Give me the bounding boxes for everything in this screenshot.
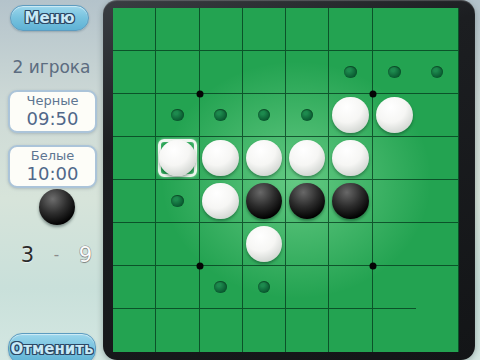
white-timer-label: Белые <box>31 149 75 164</box>
legal-move-hint <box>431 66 444 79</box>
board-inner <box>113 8 459 352</box>
board-cell[interactable] <box>156 51 199 94</box>
board-cell[interactable] <box>113 94 156 137</box>
board-cell[interactable] <box>113 266 156 309</box>
board-cell[interactable] <box>329 8 372 51</box>
white-disc <box>332 97 368 133</box>
board-cell[interactable] <box>373 309 416 352</box>
legal-move-hint <box>258 281 271 294</box>
score-separator: - <box>47 246 67 264</box>
board-cell[interactable] <box>416 51 459 94</box>
cancel-button[interactable]: Отменить <box>8 333 96 360</box>
players-mode-label: 2 игрока <box>0 57 103 77</box>
legal-move-hint <box>214 109 227 122</box>
board-cell[interactable] <box>200 51 243 94</box>
board-cell[interactable] <box>200 180 243 223</box>
board-cell[interactable] <box>243 309 286 352</box>
legal-move-hint <box>214 281 227 294</box>
legal-move-hint <box>388 66 401 79</box>
board-cell[interactable] <box>113 180 156 223</box>
board-cell[interactable] <box>329 94 372 137</box>
black-timer-panel: Черные 09:50 <box>8 90 97 133</box>
board-cell[interactable] <box>156 94 199 137</box>
board-cell[interactable] <box>200 223 243 266</box>
legal-move-hint <box>344 66 357 79</box>
board-cell[interactable] <box>200 309 243 352</box>
black-timer-value: 09:50 <box>27 109 79 129</box>
cancel-button-label: Отменить <box>11 340 94 358</box>
board-cell[interactable] <box>156 223 199 266</box>
white-disc <box>202 140 238 176</box>
board-cell[interactable] <box>243 223 286 266</box>
board-cell[interactable] <box>373 94 416 137</box>
board-cell[interactable] <box>416 223 459 266</box>
board-cell[interactable] <box>200 266 243 309</box>
board-cell[interactable] <box>200 137 243 180</box>
white-disc <box>246 226 282 262</box>
board-cell[interactable] <box>243 51 286 94</box>
white-timer-panel: Белые 10:00 <box>8 145 97 188</box>
board-cell[interactable] <box>416 137 459 180</box>
board-cell[interactable] <box>286 94 329 137</box>
board-frame <box>103 0 475 360</box>
legal-move-hint <box>171 195 184 208</box>
menu-button-label: Меню <box>24 9 74 27</box>
board-grid <box>113 8 459 352</box>
board-cell[interactable] <box>286 51 329 94</box>
board-cell[interactable] <box>373 266 416 309</box>
board-cell[interactable] <box>113 51 156 94</box>
black-disc <box>289 183 325 219</box>
board-cell[interactable] <box>156 266 199 309</box>
sidebar: Меню 2 игрока Черные 09:50 Белые 10:00 3… <box>0 0 103 360</box>
board-cell[interactable] <box>200 94 243 137</box>
white-disc <box>376 97 413 133</box>
white-disc <box>289 140 325 176</box>
board-cell[interactable] <box>373 51 416 94</box>
board-cell[interactable] <box>329 51 372 94</box>
board-cell[interactable] <box>286 223 329 266</box>
game-screen: Меню 2 игрока Черные 09:50 Белые 10:00 3… <box>0 0 480 360</box>
board-cell[interactable] <box>416 309 459 352</box>
board-cell[interactable] <box>113 137 156 180</box>
board-cell[interactable] <box>200 8 243 51</box>
black-timer-label: Черные <box>27 94 79 109</box>
board-cell[interactable] <box>286 180 329 223</box>
board-cell[interactable] <box>373 223 416 266</box>
board-cell[interactable] <box>329 137 372 180</box>
board-cell[interactable] <box>329 309 372 352</box>
white-disc <box>159 140 195 176</box>
board-cell[interactable] <box>243 8 286 51</box>
turn-indicator-black-disc-icon <box>39 189 75 225</box>
board-cell[interactable] <box>416 8 459 51</box>
board-cell[interactable] <box>373 137 416 180</box>
board-cell[interactable] <box>373 8 416 51</box>
board-cell[interactable] <box>113 8 156 51</box>
board-cell[interactable] <box>156 8 199 51</box>
board-cell[interactable] <box>373 180 416 223</box>
board-cell[interactable] <box>243 266 286 309</box>
board-cell[interactable] <box>416 266 459 309</box>
board-cell[interactable] <box>329 223 372 266</box>
legal-move-hint <box>258 109 271 122</box>
board-cell[interactable] <box>329 266 372 309</box>
board-cell[interactable] <box>416 180 459 223</box>
white-timer-value: 10:00 <box>27 164 79 184</box>
board-cell[interactable] <box>286 309 329 352</box>
white-disc <box>332 140 368 176</box>
board-cell[interactable] <box>286 137 329 180</box>
legal-move-hint <box>171 109 184 122</box>
black-disc <box>246 183 282 219</box>
board-cell[interactable] <box>243 180 286 223</box>
board-cell[interactable] <box>286 8 329 51</box>
board-cell[interactable] <box>113 223 156 266</box>
board-cell[interactable] <box>156 309 199 352</box>
board-cell[interactable] <box>416 94 459 137</box>
score-white: 9 <box>76 243 96 267</box>
board-cell[interactable] <box>156 137 199 180</box>
score: 3 - 9 <box>5 243 108 267</box>
legal-move-hint <box>301 109 314 122</box>
board-cell[interactable] <box>243 137 286 180</box>
board-cell[interactable] <box>156 180 199 223</box>
board-cell[interactable] <box>329 180 372 223</box>
board-cell[interactable] <box>286 266 329 309</box>
menu-button[interactable]: Меню <box>10 5 89 31</box>
white-disc <box>202 183 238 219</box>
black-disc <box>332 183 368 219</box>
score-black: 3 <box>18 243 38 267</box>
board-cell[interactable] <box>243 94 286 137</box>
board-cell[interactable] <box>113 309 156 352</box>
white-disc <box>246 140 282 176</box>
